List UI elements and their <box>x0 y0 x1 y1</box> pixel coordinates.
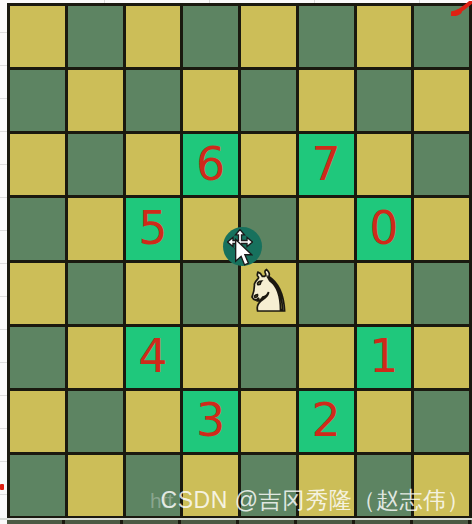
square-h4[interactable] <box>414 263 469 324</box>
square-e2[interactable] <box>241 391 296 452</box>
red-edge-mark <box>0 484 4 490</box>
square-f2[interactable]: 2 <box>299 391 354 452</box>
square-e3[interactable] <box>241 327 296 388</box>
square-a6[interactable] <box>10 134 65 195</box>
move-number-label: 5 <box>138 205 167 251</box>
square-f8[interactable] <box>299 6 354 67</box>
square-g8[interactable] <box>357 6 412 67</box>
square-d3[interactable] <box>183 327 238 388</box>
square-a4[interactable] <box>10 263 65 324</box>
square-d6[interactable]: 6 <box>183 134 238 195</box>
square-c3[interactable]: 4 <box>126 327 181 388</box>
square-e4[interactable]: ♞ <box>241 263 296 324</box>
square-a1[interactable] <box>10 455 65 516</box>
square-b4[interactable] <box>68 263 123 324</box>
arrow-pointer-icon <box>235 238 253 267</box>
square-d8[interactable] <box>183 6 238 67</box>
square-e6[interactable] <box>241 134 296 195</box>
move-number-label: 7 <box>311 141 340 187</box>
spreadsheet-margin-left <box>0 0 7 524</box>
white-knight-piece[interactable]: ♞ <box>243 263 294 320</box>
square-c8[interactable] <box>126 6 181 67</box>
square-b6[interactable] <box>68 134 123 195</box>
square-h5[interactable] <box>414 198 469 259</box>
square-a7[interactable] <box>10 70 65 131</box>
square-b7[interactable] <box>68 70 123 131</box>
move-number-label: 1 <box>369 333 398 379</box>
square-g5[interactable]: 0 <box>357 198 412 259</box>
square-a8[interactable] <box>10 6 65 67</box>
square-a2[interactable] <box>10 391 65 452</box>
square-c4[interactable] <box>126 263 181 324</box>
watermark: CSDN @吉冈秀隆（赵志伟） <box>161 485 470 516</box>
square-f4[interactable] <box>299 263 354 324</box>
move-number-label: 2 <box>311 397 340 443</box>
screenshot-root: 6750♞4132 htt CSDN @吉冈秀隆（赵志伟） <box>0 0 472 524</box>
square-e7[interactable] <box>241 70 296 131</box>
square-b1[interactable] <box>68 455 123 516</box>
move-number-label: 3 <box>196 397 225 443</box>
square-b5[interactable] <box>68 198 123 259</box>
move-number-label: 4 <box>138 333 167 379</box>
square-h3[interactable] <box>414 327 469 388</box>
square-b8[interactable] <box>68 6 123 67</box>
square-c6[interactable] <box>126 134 181 195</box>
square-g4[interactable] <box>357 263 412 324</box>
square-h2[interactable] <box>414 391 469 452</box>
square-c2[interactable] <box>126 391 181 452</box>
square-e8[interactable] <box>241 6 296 67</box>
square-f5[interactable] <box>299 198 354 259</box>
square-g7[interactable] <box>357 70 412 131</box>
square-h7[interactable] <box>414 70 469 131</box>
square-b3[interactable] <box>68 327 123 388</box>
square-d7[interactable] <box>183 70 238 131</box>
square-g3[interactable]: 1 <box>357 327 412 388</box>
next-row-sliver <box>7 520 472 524</box>
square-g6[interactable] <box>357 134 412 195</box>
square-h6[interactable] <box>414 134 469 195</box>
square-a3[interactable] <box>10 327 65 388</box>
square-b2[interactable] <box>68 391 123 452</box>
square-f3[interactable] <box>299 327 354 388</box>
square-c7[interactable] <box>126 70 181 131</box>
square-c5[interactable]: 5 <box>126 198 181 259</box>
square-d4[interactable] <box>183 263 238 324</box>
move-number-label: 0 <box>369 205 398 251</box>
move-number-label: 6 <box>196 141 225 187</box>
square-d2[interactable]: 3 <box>183 391 238 452</box>
square-f7[interactable] <box>299 70 354 131</box>
square-f6[interactable]: 7 <box>299 134 354 195</box>
square-g2[interactable] <box>357 391 412 452</box>
square-a5[interactable] <box>10 198 65 259</box>
red-annotation-arrow <box>451 1 472 16</box>
